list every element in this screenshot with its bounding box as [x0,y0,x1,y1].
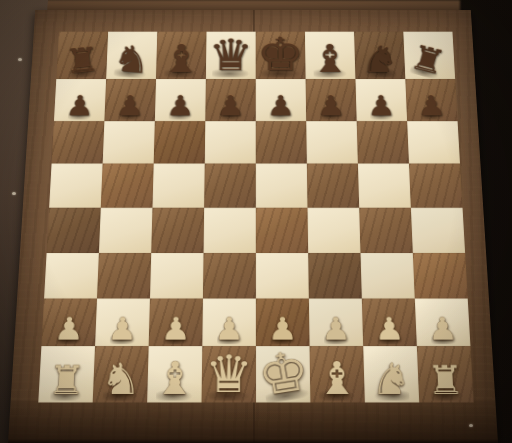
piece-white-knight[interactable]: ♞ [370,357,412,400]
square-h1[interactable]: ♜ [417,346,474,402]
piece-white-knight[interactable]: ♞ [100,357,142,400]
square-g5[interactable] [358,164,411,208]
square-g4[interactable] [359,208,413,253]
square-c1[interactable]: ♝ [147,346,202,402]
square-a2[interactable]: ♟ [41,299,97,346]
piece-black-knight[interactable]: ♞ [111,40,153,79]
square-d5[interactable] [204,164,256,208]
square-h8[interactable]: ♜ [403,32,455,79]
square-c4[interactable] [151,208,204,253]
piece-black-pawn[interactable]: ♟ [166,92,194,120]
scene: ♜♞♝♛♚♝♞♜♟♟♟♟♟♟♟♟♟♟♟♟♟♟♟♟♜♞♝♛♚♝♞♜ [0,0,512,443]
piece-black-rook[interactable]: ♜ [64,43,100,79]
square-a1[interactable]: ♜ [38,346,95,402]
square-c5[interactable] [152,164,204,208]
piece-black-pawn[interactable]: ♟ [417,92,446,120]
piece-black-bishop[interactable]: ♝ [161,39,201,77]
piece-black-pawn[interactable]: ♟ [267,92,295,120]
square-f6[interactable] [306,121,358,164]
square-b2[interactable]: ♟ [95,299,150,346]
square-f3[interactable] [308,253,362,299]
piece-white-pawn[interactable]: ♟ [214,313,244,344]
square-d3[interactable] [203,253,256,299]
square-e1[interactable]: ♚ [256,346,310,402]
piece-white-pawn[interactable]: ♟ [427,313,458,344]
square-f8[interactable]: ♝ [305,32,356,79]
piece-white-bishop[interactable]: ♝ [153,355,196,400]
square-c3[interactable] [150,253,204,299]
piece-white-rook[interactable]: ♜ [47,361,86,401]
square-b1[interactable]: ♞ [93,346,149,402]
square-g2[interactable]: ♟ [362,299,417,346]
square-a3[interactable] [44,253,99,299]
square-d7[interactable]: ♟ [205,79,255,121]
square-c8[interactable]: ♝ [156,32,206,79]
piece-white-pawn[interactable]: ♟ [161,313,191,344]
piece-black-bishop[interactable]: ♝ [310,39,350,77]
piece-black-knight[interactable]: ♞ [361,41,400,77]
square-a7[interactable]: ♟ [54,79,106,121]
square-b3[interactable] [97,253,151,299]
square-g8[interactable]: ♞ [354,32,405,79]
square-g6[interactable] [357,121,409,164]
square-d2[interactable]: ♟ [202,299,256,346]
piece-white-bishop[interactable]: ♝ [316,355,359,400]
piece-black-king[interactable]: ♚ [257,32,304,78]
square-e7[interactable]: ♟ [256,79,306,121]
piece-black-pawn[interactable]: ♟ [217,92,245,120]
piece-white-queen[interactable]: ♛ [204,349,253,401]
piece-white-pawn[interactable]: ♟ [321,313,351,344]
square-c7[interactable]: ♟ [155,79,206,121]
piece-black-pawn[interactable]: ♟ [116,92,145,120]
square-f2[interactable]: ♟ [309,299,363,346]
square-e3[interactable] [256,253,309,299]
square-h2[interactable]: ♟ [415,299,471,346]
piece-black-queen[interactable]: ♛ [208,34,253,77]
square-d4[interactable] [204,208,256,253]
square-d1[interactable]: ♛ [202,346,256,402]
piece-black-rook[interactable]: ♜ [407,40,449,80]
dust-speck [12,192,16,195]
square-a8[interactable]: ♜ [56,32,108,79]
piece-white-rook[interactable]: ♜ [426,361,465,401]
piece-black-pawn[interactable]: ♟ [367,92,396,120]
piece-white-king[interactable]: ♚ [253,343,313,404]
square-e4[interactable] [256,208,308,253]
square-g3[interactable] [360,253,414,299]
square-e6[interactable] [256,121,307,164]
square-f1[interactable]: ♝ [310,346,365,402]
square-h6[interactable] [407,121,460,164]
piece-black-pawn[interactable]: ♟ [317,92,345,120]
piece-white-pawn[interactable]: ♟ [107,313,138,344]
square-g7[interactable]: ♟ [355,79,407,121]
square-e5[interactable] [256,164,308,208]
square-b7[interactable]: ♟ [104,79,156,121]
piece-black-pawn[interactable]: ♟ [65,92,94,120]
piece-white-pawn[interactable]: ♟ [53,313,84,344]
square-c6[interactable] [154,121,206,164]
square-h4[interactable] [411,208,465,253]
square-a5[interactable] [49,164,103,208]
square-f4[interactable] [307,208,360,253]
square-a4[interactable] [47,208,101,253]
square-b6[interactable] [103,121,155,164]
square-a6[interactable] [52,121,105,164]
square-b4[interactable] [99,208,153,253]
square-f7[interactable]: ♟ [306,79,357,121]
square-d6[interactable] [205,121,256,164]
board-grid: ♜♞♝♛♚♝♞♜♟♟♟♟♟♟♟♟♟♟♟♟♟♟♟♟♜♞♝♛♚♝♞♜ [38,32,473,403]
square-g1[interactable]: ♞ [363,346,419,402]
square-f5[interactable] [307,164,359,208]
square-b8[interactable]: ♞ [106,32,157,79]
chess-board: ♜♞♝♛♚♝♞♜♟♟♟♟♟♟♟♟♟♟♟♟♟♟♟♟♜♞♝♛♚♝♞♜ [8,10,498,443]
dust-speck [469,424,473,427]
square-h3[interactable] [413,253,468,299]
square-h7[interactable]: ♟ [405,79,457,121]
square-h5[interactable] [409,164,463,208]
square-d8[interactable]: ♛ [206,32,256,79]
dust-speck [18,58,22,61]
square-e8[interactable]: ♚ [256,32,306,79]
piece-white-pawn[interactable]: ♟ [374,313,405,344]
square-c2[interactable]: ♟ [149,299,203,346]
square-b5[interactable] [101,164,154,208]
